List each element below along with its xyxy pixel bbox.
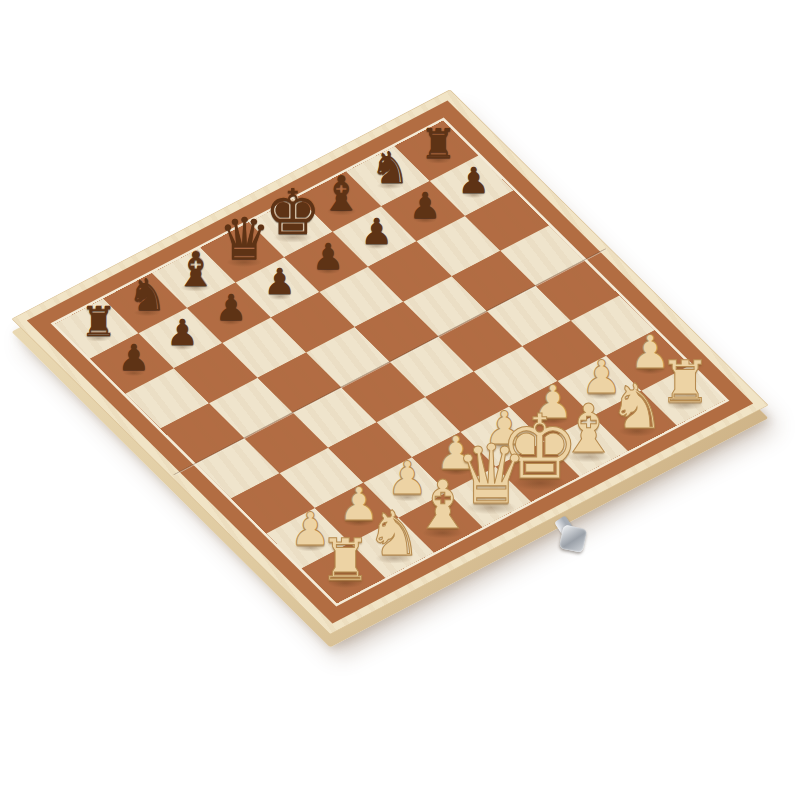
board-border-band [27, 101, 753, 624]
product-photo-scene: ♜♞♝♛♚♝♞♜♟♟♟♟♟♟♟♟♟♟♟♟♟♟♟♟♜♞♝♛♚♝♞♜ [0, 0, 800, 800]
latch-plate [559, 524, 587, 552]
board-wood-frame [13, 90, 767, 633]
board-grid [55, 121, 725, 604]
chess-board [11, 89, 768, 634]
